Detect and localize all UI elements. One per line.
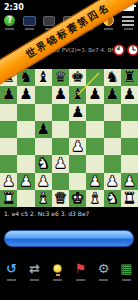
- square-c8[interactable]: ♝: [35, 69, 52, 86]
- black-r-piece: ♜: [2, 70, 15, 85]
- square-d5[interactable]: [52, 121, 69, 138]
- square-e5[interactable]: [69, 121, 86, 138]
- square-e1[interactable]: ♚: [69, 190, 86, 207]
- white-b-piece: ♝: [36, 191, 49, 206]
- board-setup-button[interactable]: [22, 15, 38, 30]
- square-b7[interactable]: ♟: [17, 86, 34, 103]
- square-a6[interactable]: [0, 104, 17, 121]
- battery-icon: [119, 3, 134, 11]
- square-f8[interactable]: [86, 69, 103, 86]
- icon-label: [5, 28, 14, 30]
- move-list: 1. e4 c5 2. Nc3 e6 3. d3 Be7: [0, 207, 138, 227]
- square-h5[interactable]: [121, 121, 138, 138]
- contrast-icon: [103, 15, 114, 26]
- square-h4[interactable]: [121, 138, 138, 155]
- menu-icon: [122, 16, 134, 26]
- icon-label: [76, 279, 85, 281]
- square-d1[interactable]: ♛: [52, 190, 69, 207]
- white-k-piece: ♚: [71, 191, 84, 206]
- black-clock-icon: [127, 44, 138, 56]
- board-grid-button[interactable]: ▦: [118, 262, 135, 281]
- black-p-piece: ♟: [105, 87, 118, 102]
- chess-board[interactable]: ♜♞♝♛♚♞♜♟♟♟♝♟♟♟♟♟♟♞♟♟♟♟♟♟♟♜♝♛♚♝♞♜: [0, 69, 138, 207]
- square-c5[interactable]: ♟: [35, 121, 52, 138]
- swap-icon: ⇄: [29, 262, 40, 276]
- square-g3[interactable]: [104, 155, 121, 172]
- square-f1[interactable]: ♝: [86, 190, 103, 207]
- icon-label: [122, 279, 131, 281]
- black-n-piece: ♞: [105, 70, 118, 85]
- chess-board-wrap: ♜♞♝♛♚♞♜♟♟♟♝♟♟♟♟♟♟♞♟♟♟♟♟♟♟♜♝♛♚♝♞♜: [0, 69, 138, 207]
- square-h7[interactable]: ♟: [121, 86, 138, 103]
- toolbar-button-4[interactable]: [61, 15, 77, 30]
- toolbar-button-3[interactable]: [41, 15, 57, 30]
- square-d3[interactable]: ♟: [52, 155, 69, 172]
- square-d7[interactable]: ♟: [52, 86, 69, 103]
- icon-label: [99, 279, 108, 281]
- white-p-piece: ♟: [19, 174, 32, 189]
- square-f4[interactable]: [86, 138, 103, 155]
- square-a5[interactable]: [0, 121, 17, 138]
- black-r-piece: ♜: [123, 70, 136, 85]
- square-b1[interactable]: [17, 190, 34, 207]
- display-button[interactable]: [100, 15, 116, 30]
- square-d4[interactable]: [52, 138, 69, 155]
- square-c3[interactable]: ♞: [35, 155, 52, 172]
- square-a8[interactable]: ♜: [0, 69, 17, 86]
- black-p-piece: ♟: [19, 87, 32, 102]
- black-p-piece: ♟: [123, 87, 136, 102]
- white-p-piece: ♟: [71, 139, 84, 154]
- icon-label: [7, 279, 16, 281]
- square-h6[interactable]: [121, 104, 138, 121]
- square-g6[interactable]: [104, 104, 121, 121]
- engine-analysis-text: 3=36/22 PV(2)=3. Be7 4. Bf: [36, 47, 113, 53]
- square-b4[interactable]: [17, 138, 34, 155]
- white-r-piece: ♜: [123, 191, 136, 206]
- black-p-piece: ♟: [54, 87, 67, 102]
- gear-icon: ⚙: [98, 262, 110, 276]
- square-a1[interactable]: ♜: [0, 190, 17, 207]
- blue-action-bar[interactable]: [4, 230, 134, 247]
- icon-label: [25, 28, 34, 30]
- white-p-piece: ♟: [36, 174, 49, 189]
- icon-label: [124, 28, 133, 30]
- icon-label: [30, 279, 39, 281]
- board-icon: [23, 16, 36, 26]
- undo-button[interactable]: ↺: [3, 262, 20, 281]
- icon-label: [53, 279, 62, 281]
- square-e7[interactable]: ♝: [69, 86, 86, 103]
- black-n-piece: ♞: [19, 70, 32, 85]
- square-c2[interactable]: ♟: [35, 173, 52, 190]
- square-f6[interactable]: [86, 104, 103, 121]
- white-p-piece: ♟: [54, 156, 67, 171]
- game-clocks: [113, 44, 138, 56]
- square-a3[interactable]: [0, 155, 17, 172]
- square-e3[interactable]: [69, 155, 86, 172]
- square-f3[interactable]: [86, 155, 103, 172]
- flag-button[interactable]: ⚑: [72, 262, 89, 281]
- black-b-piece: ♝: [71, 87, 84, 102]
- square-g4[interactable]: [104, 138, 121, 155]
- icon-label: [84, 28, 93, 30]
- black-p-piece: ♟: [88, 87, 101, 102]
- analysis-row: 3=36/22 PV(2)=3. Be7 4. Bf: [0, 41, 138, 59]
- icon-label: [64, 28, 73, 30]
- icon-label: [104, 28, 113, 30]
- square-g1[interactable]: ♞: [104, 190, 121, 207]
- square-a2[interactable]: ♟: [0, 173, 17, 190]
- help-icon: ?: [4, 15, 15, 26]
- square-f5[interactable]: [86, 121, 103, 138]
- generic-icon: [43, 16, 55, 26]
- app-screen: 2:30 ?: [0, 0, 138, 300]
- square-e2[interactable]: [69, 173, 86, 190]
- top-toolbar: ?: [0, 14, 138, 41]
- square-f7[interactable]: ♟: [86, 86, 103, 103]
- status-bar: 2:30: [0, 0, 138, 14]
- generic-icon: [63, 16, 75, 26]
- square-h2[interactable]: ♟: [121, 173, 138, 190]
- square-g7[interactable]: ♟: [104, 86, 121, 103]
- square-d2[interactable]: [52, 173, 69, 190]
- white-clock-icon: [113, 44, 125, 56]
- square-b5[interactable]: [17, 121, 34, 138]
- square-d6[interactable]: [52, 104, 69, 121]
- square-f2[interactable]: ♟: [86, 173, 103, 190]
- undo-icon: ↺: [6, 262, 17, 276]
- square-b8[interactable]: ♞: [17, 69, 34, 86]
- photo-button[interactable]: [81, 15, 97, 30]
- black-b-piece: ♝: [36, 70, 49, 85]
- white-r-piece: ♜: [2, 191, 15, 206]
- square-h1[interactable]: ♜: [121, 190, 138, 207]
- flag-icon: ⚑: [75, 262, 87, 276]
- square-a4[interactable]: [0, 138, 17, 155]
- white-b-piece: ♝: [88, 191, 101, 206]
- white-p-piece: ♟: [88, 174, 101, 189]
- square-g2[interactable]: ♟: [104, 173, 121, 190]
- black-p-piece: ♟: [2, 87, 15, 102]
- black-p-piece: ♟: [36, 122, 49, 137]
- square-g5[interactable]: [104, 121, 121, 138]
- white-q-piece: ♛: [54, 191, 67, 206]
- black-p-piece: ♟: [71, 105, 84, 120]
- square-c4[interactable]: [35, 138, 52, 155]
- help-button[interactable]: ?: [2, 15, 18, 30]
- white-n-piece: ♞: [105, 191, 118, 206]
- photo-icon: [82, 16, 95, 26]
- status-icons: [106, 3, 134, 11]
- settings-button[interactable]: ⚙: [95, 262, 112, 281]
- square-e6[interactable]: ♟: [69, 104, 86, 121]
- hint-button[interactable]: [49, 262, 66, 281]
- menu-button[interactable]: [120, 15, 136, 30]
- square-e4[interactable]: ♟: [69, 138, 86, 155]
- square-h3[interactable]: [121, 155, 138, 172]
- square-h8[interactable]: ♜: [121, 69, 138, 86]
- board-grid-icon: ▦: [120, 262, 132, 276]
- white-n-piece: ♞: [36, 156, 49, 171]
- lightbulb-icon: [53, 262, 62, 276]
- square-e8[interactable]: ♚: [69, 69, 86, 86]
- icon-label: [45, 28, 54, 30]
- square-g8[interactable]: ♞: [104, 69, 121, 86]
- bottom-toolbar: ↺ ⇄ ⚑ ⚙ ▦: [0, 262, 138, 292]
- square-b2[interactable]: ♟: [17, 173, 34, 190]
- square-b3[interactable]: [17, 155, 34, 172]
- square-a7[interactable]: ♟: [0, 86, 17, 103]
- square-d8[interactable]: ♛: [52, 69, 69, 86]
- black-k-piece: ♚: [71, 70, 84, 85]
- square-c1[interactable]: ♝: [35, 190, 52, 207]
- square-c6[interactable]: [35, 104, 52, 121]
- white-p-piece: ♟: [105, 174, 118, 189]
- wifi-icon: [106, 3, 117, 11]
- white-p-piece: ♟: [2, 174, 15, 189]
- white-p-piece: ♟: [123, 174, 136, 189]
- black-q-piece: ♛: [54, 70, 67, 85]
- clock-time: 2:30: [4, 3, 24, 12]
- square-c7[interactable]: [35, 86, 52, 103]
- square-b6[interactable]: [17, 104, 34, 121]
- swap-button[interactable]: ⇄: [26, 262, 43, 281]
